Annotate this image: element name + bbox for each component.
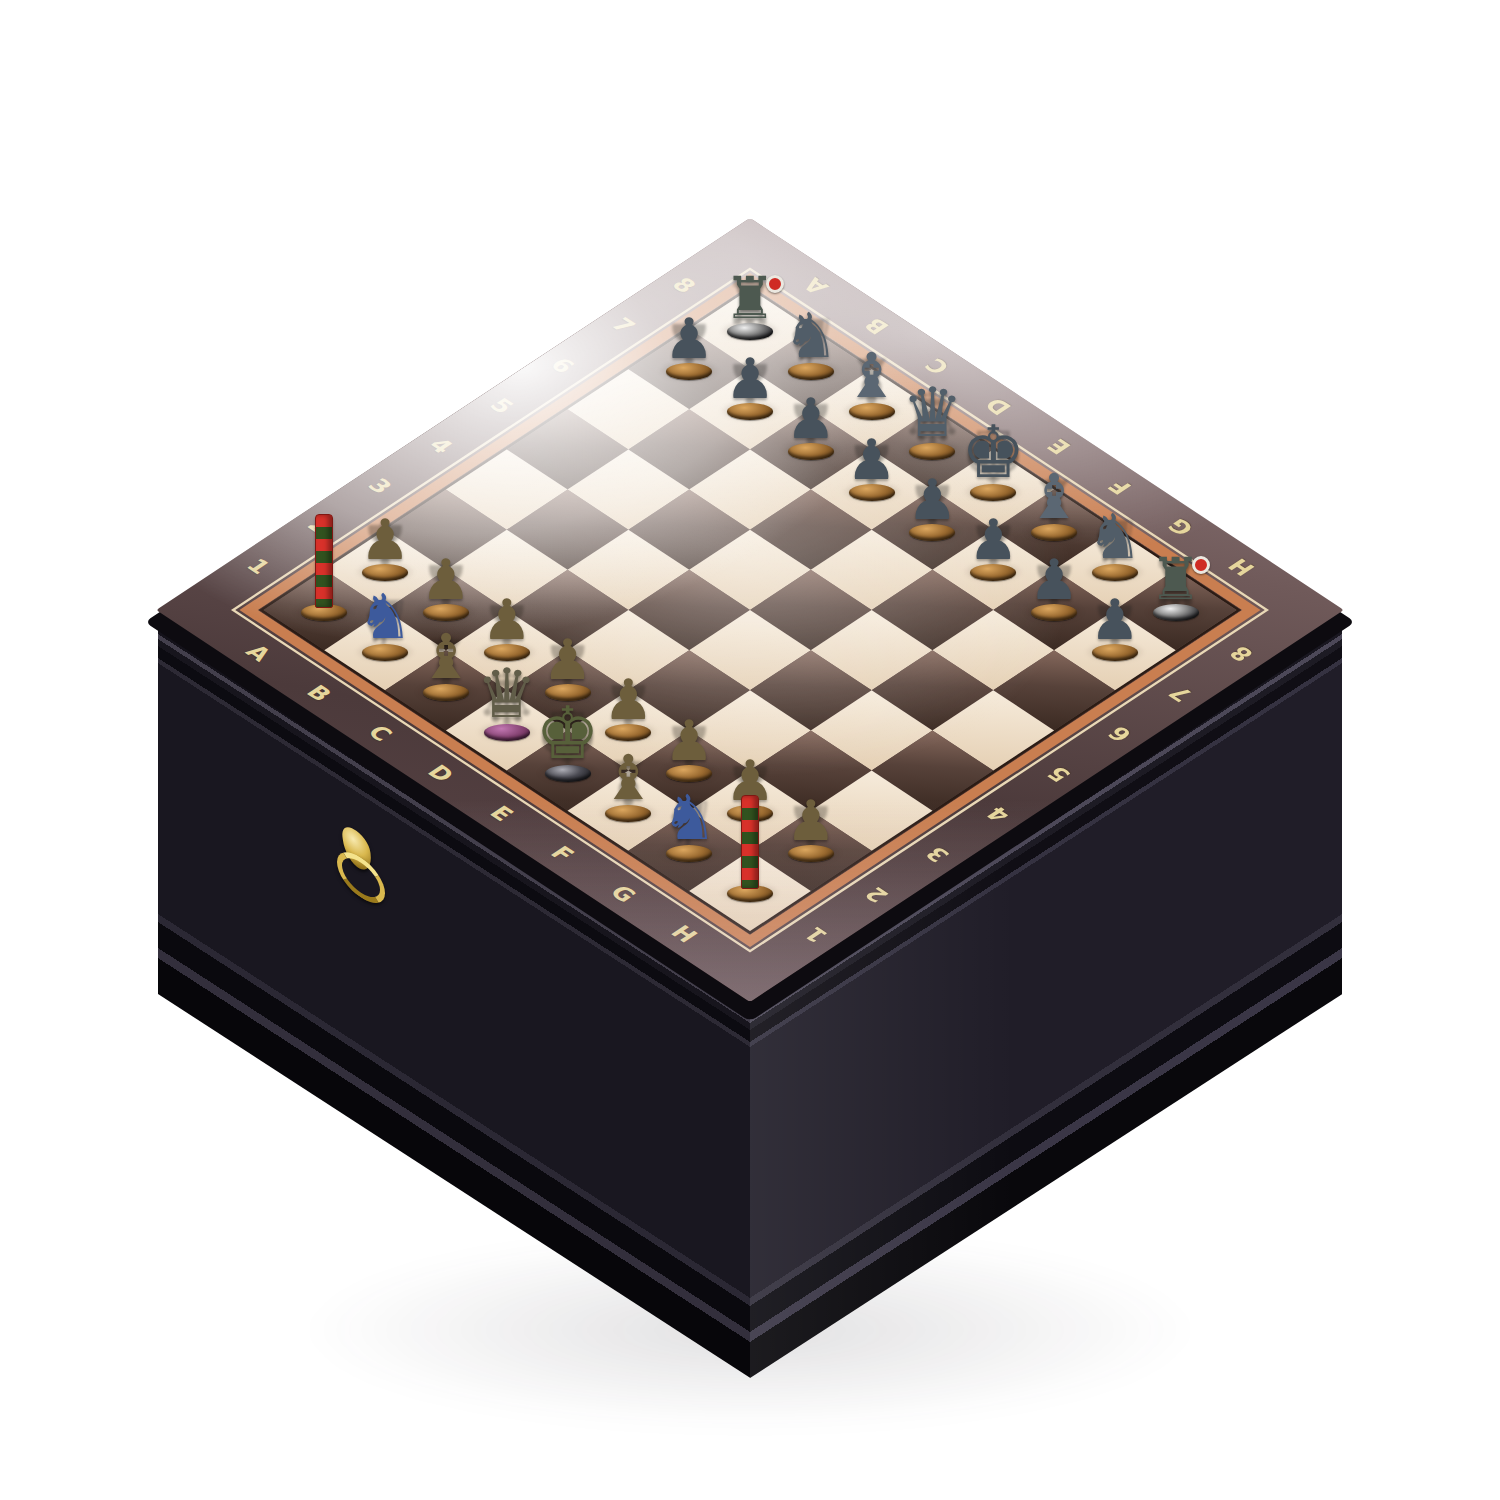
black-pawn-figure: ♟ <box>725 351 775 407</box>
white-knight-figure: ♞ <box>357 586 413 648</box>
white-pawn-figure: ♟ <box>360 512 410 568</box>
white-pawn-figure: ♟ <box>603 672 653 728</box>
border-post-icon <box>741 795 759 889</box>
white-queen-figure: ♛ <box>476 660 537 728</box>
traffic-paddle-icon <box>1192 556 1210 574</box>
black-bishop-figure: ♝ <box>1026 466 1082 528</box>
black-pawn-figure: ♟ <box>664 311 714 367</box>
black-rook-figure: ♜ <box>724 269 776 327</box>
black-rook-figure: ♜ <box>1150 550 1202 608</box>
black-queen-figure: ♛ <box>902 379 963 447</box>
traffic-paddle-icon <box>766 275 784 293</box>
border-post-icon <box>315 514 333 608</box>
white-knight-figure: ♞ <box>661 787 717 849</box>
product-photo-stage: AABBCCDDEEFFGGHH8877665544332211 ♜♜♞♞♝♝♛… <box>0 0 1500 1500</box>
black-bishop-figure: ♝ <box>844 345 900 407</box>
black-knight-figure: ♞ <box>1087 506 1143 568</box>
white-king-figure: ♚ <box>535 697 600 769</box>
pieces-layer: ♜♜♞♞♝♝♛♛♚♚♝♝♞♞♜♜♟♟♟♟♟♟♟♟♟♟♟♟♟♟♟♟♟♟♟♟♟♟♟♟… <box>0 0 1500 1500</box>
black-pawn-figure: ♟ <box>968 512 1018 568</box>
white-pawn-figure: ♟ <box>786 793 836 849</box>
black-pawn-figure: ♟ <box>1090 592 1140 648</box>
white-pawn-figure: ♟ <box>482 592 532 648</box>
black-pawn-figure: ♟ <box>907 472 957 528</box>
white-bishop-figure: ♝ <box>418 626 474 688</box>
white-rook-figure <box>741 795 759 889</box>
white-pawn-figure: ♟ <box>421 552 471 608</box>
black-pawn-figure: ♟ <box>1029 552 1079 608</box>
black-knight-figure: ♞ <box>783 305 839 367</box>
black-king-figure: ♚ <box>961 416 1026 488</box>
white-bishop-figure: ♝ <box>601 747 657 809</box>
black-pawn-figure: ♟ <box>847 432 897 488</box>
white-pawn-figure: ♟ <box>542 632 592 688</box>
white-rook-figure <box>315 514 333 608</box>
white-pawn-figure: ♟ <box>664 713 714 769</box>
black-pawn-figure: ♟ <box>786 391 836 447</box>
